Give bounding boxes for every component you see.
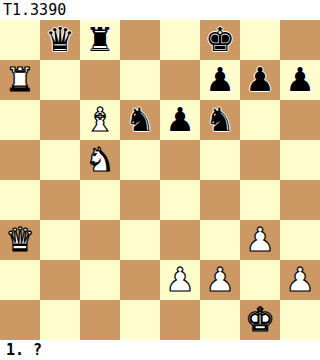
square-h3[interactable] xyxy=(280,220,320,260)
square-g2[interactable] xyxy=(240,260,280,300)
square-b7[interactable] xyxy=(40,60,80,100)
square-b4[interactable] xyxy=(40,180,80,220)
square-c5[interactable]: ♞ xyxy=(80,140,120,180)
puzzle-id-label: T1.3390 xyxy=(3,1,66,19)
square-b8[interactable]: ♛ xyxy=(40,20,80,60)
piece-white-pawn-g3[interactable]: ♟ xyxy=(245,220,275,260)
piece-white-queen-a3[interactable]: ♛ xyxy=(5,220,35,260)
square-a6[interactable] xyxy=(0,100,40,140)
square-d2[interactable] xyxy=(120,260,160,300)
piece-black-pawn-e6[interactable]: ♟ xyxy=(165,100,195,140)
piece-white-king-g1[interactable]: ♚ xyxy=(245,300,275,340)
square-h8[interactable] xyxy=(280,20,320,60)
square-b1[interactable] xyxy=(40,300,80,340)
piece-white-pawn-h2[interactable]: ♟ xyxy=(285,260,315,300)
square-d3[interactable] xyxy=(120,220,160,260)
square-g5[interactable] xyxy=(240,140,280,180)
square-f1[interactable] xyxy=(200,300,240,340)
piece-black-queen-b8[interactable]: ♛ xyxy=(45,20,75,60)
square-e5[interactable] xyxy=(160,140,200,180)
square-h4[interactable] xyxy=(280,180,320,220)
square-f2[interactable]: ♟ xyxy=(200,260,240,300)
square-f7[interactable]: ♟ xyxy=(200,60,240,100)
piece-white-rook-a7[interactable]: ♜ xyxy=(5,60,35,100)
square-a7[interactable]: ♜ xyxy=(0,60,40,100)
piece-white-pawn-e2[interactable]: ♟ xyxy=(165,260,195,300)
square-a2[interactable] xyxy=(0,260,40,300)
square-e4[interactable] xyxy=(160,180,200,220)
square-g7[interactable]: ♟ xyxy=(240,60,280,100)
piece-black-king-f8[interactable]: ♚ xyxy=(205,20,235,60)
square-h7[interactable]: ♟ xyxy=(280,60,320,100)
move-prompt-label: 1. ? xyxy=(6,341,42,359)
square-a3[interactable]: ♛ xyxy=(0,220,40,260)
square-g4[interactable] xyxy=(240,180,280,220)
square-g6[interactable] xyxy=(240,100,280,140)
square-f3[interactable] xyxy=(200,220,240,260)
square-b2[interactable] xyxy=(40,260,80,300)
square-e6[interactable]: ♟ xyxy=(160,100,200,140)
square-b3[interactable] xyxy=(40,220,80,260)
square-h2[interactable]: ♟ xyxy=(280,260,320,300)
square-g3[interactable]: ♟ xyxy=(240,220,280,260)
square-g1[interactable]: ♚ xyxy=(240,300,280,340)
square-d5[interactable] xyxy=(120,140,160,180)
square-c3[interactable] xyxy=(80,220,120,260)
square-g8[interactable] xyxy=(240,20,280,60)
square-d6[interactable]: ♞ xyxy=(120,100,160,140)
piece-white-bishop-c6[interactable]: ♝ xyxy=(85,100,115,140)
square-f4[interactable] xyxy=(200,180,240,220)
square-f8[interactable]: ♚ xyxy=(200,20,240,60)
square-a5[interactable] xyxy=(0,140,40,180)
piece-white-knight-c5[interactable]: ♞ xyxy=(85,140,115,180)
square-d4[interactable] xyxy=(120,180,160,220)
square-e3[interactable] xyxy=(160,220,200,260)
square-e7[interactable] xyxy=(160,60,200,100)
square-c6[interactable]: ♝ xyxy=(80,100,120,140)
piece-black-pawn-h7[interactable]: ♟ xyxy=(285,60,315,100)
square-c8[interactable]: ♜ xyxy=(80,20,120,60)
square-f5[interactable] xyxy=(200,140,240,180)
square-h6[interactable] xyxy=(280,100,320,140)
square-c2[interactable] xyxy=(80,260,120,300)
square-a4[interactable] xyxy=(0,180,40,220)
square-f6[interactable]: ♞ xyxy=(200,100,240,140)
square-b5[interactable] xyxy=(40,140,80,180)
piece-black-knight-f6[interactable]: ♞ xyxy=(205,100,235,140)
square-d1[interactable] xyxy=(120,300,160,340)
square-d7[interactable] xyxy=(120,60,160,100)
square-a1[interactable] xyxy=(0,300,40,340)
square-b6[interactable] xyxy=(40,100,80,140)
square-c1[interactable] xyxy=(80,300,120,340)
square-h1[interactable] xyxy=(280,300,320,340)
square-a8[interactable] xyxy=(0,20,40,60)
piece-white-pawn-f2[interactable]: ♟ xyxy=(205,260,235,300)
square-e2[interactable]: ♟ xyxy=(160,260,200,300)
square-e1[interactable] xyxy=(160,300,200,340)
square-c4[interactable] xyxy=(80,180,120,220)
square-e8[interactable] xyxy=(160,20,200,60)
piece-black-knight-d6[interactable]: ♞ xyxy=(125,100,155,140)
square-h5[interactable] xyxy=(280,140,320,180)
piece-black-rook-c8[interactable]: ♜ xyxy=(85,20,115,60)
piece-black-pawn-g7[interactable]: ♟ xyxy=(245,60,275,100)
chess-board: ♛♜♚♜♟♟♟♝♞♟♞♞♛♟♟♟♟♚ xyxy=(0,20,320,340)
puzzle-window: T1.3390 ♛♜♚♜♟♟♟♝♞♟♞♞♛♟♟♟♟♚ 1. ? xyxy=(0,0,320,360)
square-c7[interactable] xyxy=(80,60,120,100)
square-d8[interactable] xyxy=(120,20,160,60)
piece-black-pawn-f7[interactable]: ♟ xyxy=(205,60,235,100)
